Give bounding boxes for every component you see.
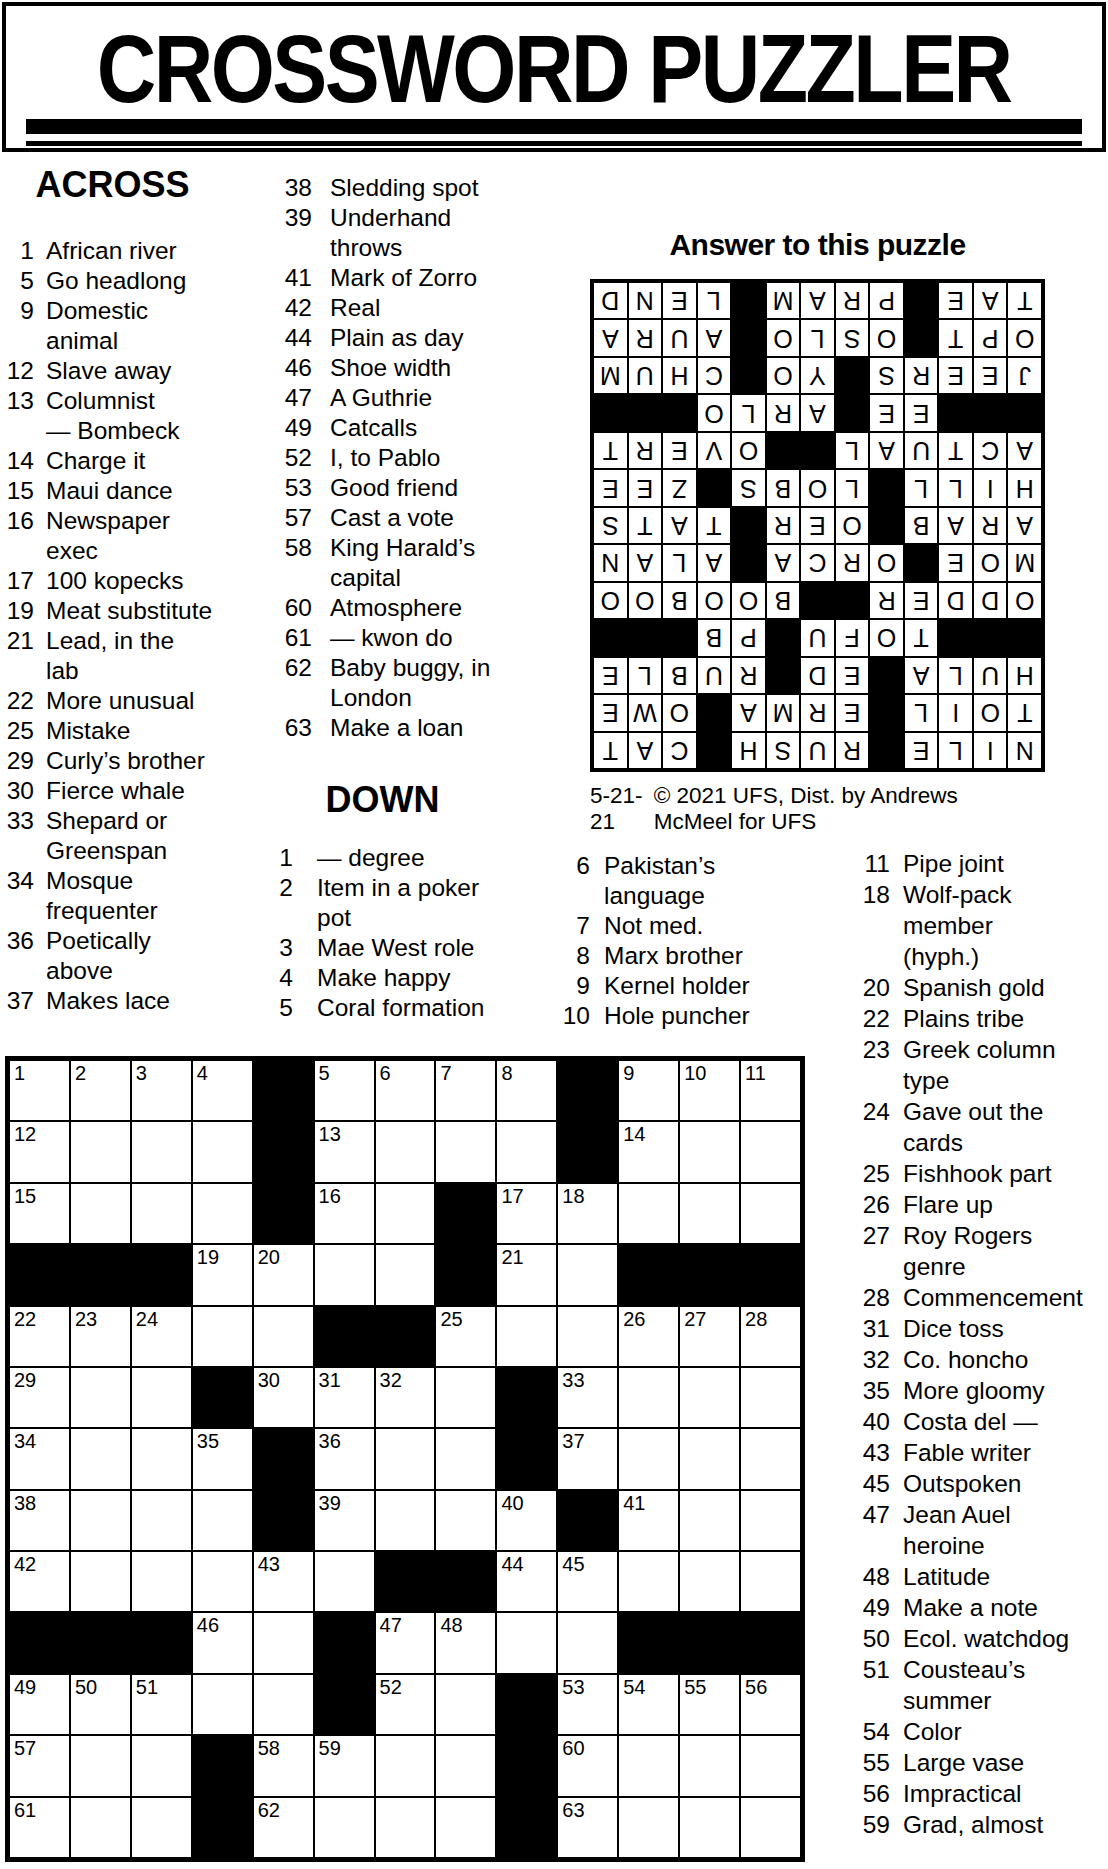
solution-letter: I [952, 700, 959, 725]
clue-number: 53 [270, 473, 312, 503]
solution-letter: N [601, 550, 619, 575]
solution-letter: U [912, 438, 930, 463]
cell-r12c11[interactable] [619, 1736, 678, 1795]
solution-letter: U [808, 625, 826, 650]
down-clues-col1: 1— degree2Item in a poker pot3Mae West r… [270, 843, 522, 1023]
cell-r5c2[interactable]: 23 [71, 1307, 130, 1366]
solution-letter: T [603, 738, 618, 763]
cell-r12c7[interactable] [376, 1736, 435, 1795]
clue-number: 25 [820, 1158, 890, 1189]
cell-r9c9[interactable]: 44 [497, 1552, 556, 1611]
cell-r7c2[interactable] [71, 1429, 130, 1488]
cell-r11c2[interactable]: 50 [71, 1675, 130, 1734]
cell-r2c13[interactable] [741, 1122, 800, 1181]
cell-r7c6: O [836, 508, 869, 543]
masthead: CROSSWORD PUZZLER [2, 2, 1106, 152]
cell-r4c4[interactable]: 19 [193, 1245, 252, 1304]
solution-letter: O [1015, 588, 1034, 613]
cell-r2c12[interactable] [680, 1122, 739, 1181]
clue-text: Pakistan’s language [604, 851, 715, 911]
clue-text: Coral formation [317, 993, 484, 1023]
cell-r8c8: B [767, 470, 800, 505]
cell-r1c3: L [939, 733, 972, 768]
cell-r5c8[interactable]: 25 [436, 1307, 495, 1366]
black-cell [193, 1798, 252, 1857]
cell-r11c3[interactable]: 51 [132, 1675, 191, 1734]
clue-number: 11 [820, 848, 890, 879]
cell-r11c1: J [1008, 358, 1041, 393]
cell-r6c2[interactable] [71, 1368, 130, 1427]
cell-r2c9[interactable] [497, 1122, 556, 1181]
clue-across-17: 17100 kopecks [0, 566, 270, 596]
solution-letter: L [914, 476, 928, 501]
cell-r9c11: E [663, 433, 696, 468]
cell-r10c9[interactable] [497, 1613, 556, 1672]
cell-r11c4[interactable] [193, 1675, 252, 1734]
cell-r2c2[interactable] [71, 1122, 130, 1181]
cell-r8c7[interactable] [376, 1491, 435, 1550]
cell-r13c2[interactable] [71, 1798, 130, 1857]
cell-r11c8[interactable] [436, 1675, 495, 1734]
cell-r13c12[interactable] [680, 1798, 739, 1857]
clue-number: 5 [270, 993, 293, 1023]
clue-text: Plains tribe [903, 1003, 1024, 1034]
cell-r3c9[interactable]: 17 [497, 1184, 556, 1243]
cell-number: 6 [380, 1062, 391, 1085]
cell-number: 60 [562, 1737, 584, 1760]
clue-text: More unusual [46, 686, 194, 716]
cell-r6c13[interactable] [741, 1368, 800, 1427]
page-title: CROSSWORD PUZZLER [97, 20, 1011, 117]
cell-r3c6[interactable]: 16 [315, 1184, 374, 1243]
black-cell [497, 1798, 556, 1857]
cell-r2c11[interactable]: 14 [619, 1122, 678, 1181]
cell-r10c7[interactable]: 47 [376, 1613, 435, 1672]
clue-text: Makes lace [46, 986, 170, 1016]
cell-r6c3[interactable] [132, 1368, 191, 1427]
cell-r1c12: A [629, 733, 662, 768]
cell-r4c6[interactable] [315, 1245, 374, 1304]
black-cell [767, 433, 800, 468]
clue-number: 12 [0, 356, 34, 386]
black-cell [558, 1491, 617, 1550]
solution-letter: P [982, 326, 999, 351]
cell-r6c7[interactable]: 32 [376, 1368, 435, 1427]
cell-r3c11: B [663, 658, 696, 693]
solution-letter: A [706, 326, 723, 351]
clue-across-47: 47A Guthrie [270, 383, 522, 413]
solution-letter: A [636, 738, 653, 763]
cell-r4c7[interactable] [376, 1245, 435, 1304]
solution-letter: O [1015, 326, 1034, 351]
cell-number: 28 [745, 1308, 767, 1331]
clue-number: 6 [520, 851, 590, 881]
cell-r1c4[interactable]: 4 [193, 1061, 252, 1120]
cell-r7c6[interactable]: 36 [315, 1429, 374, 1488]
cell-number: 4 [197, 1062, 208, 1085]
clue-across-39: 39Underhand throws [270, 203, 522, 263]
cell-r8c3[interactable] [132, 1491, 191, 1550]
cell-r7c1[interactable]: 34 [10, 1429, 69, 1488]
solution-letter: E [913, 401, 930, 426]
cell-r3c4[interactable] [193, 1184, 252, 1243]
cell-r13c12: N [629, 283, 662, 318]
cell-r13c11[interactable] [619, 1798, 678, 1857]
cell-r2c7[interactable] [376, 1122, 435, 1181]
cell-r12c13[interactable] [741, 1736, 800, 1795]
solution-letter: U [808, 738, 826, 763]
cell-r2c4[interactable] [193, 1122, 252, 1181]
cell-r7c8[interactable] [436, 1429, 495, 1488]
cell-r12c10[interactable]: 60 [558, 1736, 617, 1795]
clue-number: 9 [0, 296, 34, 326]
black-cell [132, 1245, 191, 1304]
cell-r6c10: A [698, 545, 731, 580]
cell-r7c10[interactable]: 37 [558, 1429, 617, 1488]
cell-r3c10[interactable]: 18 [558, 1184, 617, 1243]
cell-r5c3[interactable]: 24 [132, 1307, 191, 1366]
cell-r12c2[interactable] [71, 1736, 130, 1795]
cell-r10c5[interactable] [254, 1613, 313, 1672]
cell-r7c11[interactable] [619, 1429, 678, 1488]
clue-across-22: 22More unusual [0, 686, 270, 716]
cell-r1c2: I [974, 733, 1007, 768]
cell-r1c6: R [836, 733, 869, 768]
cell-r12c12[interactable] [680, 1736, 739, 1795]
cell-number: 59 [319, 1737, 341, 1760]
cell-r5c8: B [767, 583, 800, 618]
cell-r13c1[interactable]: 61 [10, 1798, 69, 1857]
clue-text: Charge it [46, 446, 145, 476]
cell-number: 21 [501, 1246, 523, 1269]
cell-r3c1: H [1008, 658, 1041, 693]
cell-number: 61 [14, 1799, 36, 1822]
cell-r12c3[interactable] [132, 1736, 191, 1795]
cell-r6c11[interactable] [619, 1368, 678, 1427]
clue-number: 54 [820, 1716, 890, 1747]
cell-r5c5[interactable] [254, 1307, 313, 1366]
cell-r9c5[interactable]: 43 [254, 1552, 313, 1611]
cell-r3c13: E [594, 658, 627, 693]
cell-r6c1[interactable]: 29 [10, 1368, 69, 1427]
cell-r4c4: T [905, 620, 938, 655]
cell-number: 25 [440, 1308, 462, 1331]
cell-r13c5[interactable]: 62 [254, 1798, 313, 1857]
cell-r12c2: P [974, 320, 1007, 355]
cell-r7c12[interactable] [680, 1429, 739, 1488]
cell-r11c1[interactable]: 49 [10, 1675, 69, 1734]
cell-r5c4[interactable] [193, 1307, 252, 1366]
clue-number: 8 [520, 941, 590, 971]
cell-r12c8: O [767, 320, 800, 355]
clue-number: 61 [270, 623, 312, 653]
cell-r9c2: C [974, 433, 1007, 468]
cell-r6c6[interactable]: 31 [315, 1368, 374, 1427]
cell-r2c3[interactable] [132, 1122, 191, 1181]
cell-r3c12[interactable] [680, 1184, 739, 1243]
cell-r8c6[interactable]: 39 [315, 1491, 374, 1550]
cell-r8c8[interactable] [436, 1491, 495, 1550]
cell-r1c12[interactable]: 10 [680, 1061, 739, 1120]
cell-r9c10[interactable]: 45 [558, 1552, 617, 1611]
cell-r9c11[interactable] [619, 1552, 678, 1611]
clue-number: 1 [0, 236, 34, 266]
black-cell [836, 583, 869, 618]
cell-r4c10[interactable] [558, 1245, 617, 1304]
cell-number: 18 [562, 1185, 584, 1208]
cell-number: 32 [380, 1369, 402, 1392]
cell-r6c8[interactable] [436, 1368, 495, 1427]
clue-number: 55 [820, 1747, 890, 1778]
cell-r8c4[interactable] [193, 1491, 252, 1550]
clue-down-1: 1— degree [270, 843, 522, 873]
clue-number: 21 [0, 626, 34, 656]
cell-r10c10[interactable] [558, 1613, 617, 1672]
clue-across-58: 58King Harald’s capital [270, 533, 522, 593]
cell-r13c13[interactable] [741, 1798, 800, 1857]
cell-number: 19 [197, 1246, 219, 1269]
cell-r4c5[interactable]: 20 [254, 1245, 313, 1304]
solution-letter: S [775, 738, 792, 763]
cell-r5c11: B [663, 583, 696, 618]
cell-r9c9: O [732, 433, 765, 468]
solution-letter: R [912, 363, 930, 388]
cell-r3c3: L [939, 658, 972, 693]
cell-r8c9[interactable]: 40 [497, 1491, 556, 1550]
black-cell [698, 695, 731, 730]
solution-letter: E [844, 700, 861, 725]
black-cell [497, 1736, 556, 1795]
cell-number: 35 [197, 1430, 219, 1453]
cell-r12c3: T [939, 320, 972, 355]
cell-number: 23 [75, 1308, 97, 1331]
cell-r13c10[interactable]: 63 [558, 1798, 617, 1857]
cell-r8c11[interactable]: 41 [619, 1491, 678, 1550]
solution-letter: L [638, 663, 652, 688]
solution-letter: E [947, 363, 964, 388]
cell-r11c11: H [663, 358, 696, 393]
solution-letter: O [704, 588, 723, 613]
cell-r5c13[interactable]: 28 [741, 1307, 800, 1366]
solution-letter: T [948, 438, 963, 463]
clue-number: 13 [0, 386, 34, 416]
cell-r7c10: T [698, 508, 731, 543]
cell-r9c12[interactable] [680, 1552, 739, 1611]
cell-r11c5[interactable] [254, 1675, 313, 1734]
cell-r3c1[interactable]: 15 [10, 1184, 69, 1243]
cell-r11c7[interactable]: 52 [376, 1675, 435, 1734]
cell-number: 38 [14, 1492, 36, 1515]
cell-r9c1[interactable]: 42 [10, 1552, 69, 1611]
clue-text: Jean Auel heroine [903, 1499, 1011, 1561]
cell-r8c6: L [836, 470, 869, 505]
solution-letter: S [844, 326, 861, 351]
solution-letter: L [845, 476, 859, 501]
cell-r7c13[interactable] [741, 1429, 800, 1488]
cell-r1c11[interactable]: 9 [619, 1061, 678, 1120]
cell-r1c1[interactable]: 1 [10, 1061, 69, 1120]
cell-r9c3[interactable] [132, 1552, 191, 1611]
cell-r11c11[interactable]: 54 [619, 1675, 678, 1734]
solution-letter: U [670, 326, 688, 351]
solution-letter: H [1016, 476, 1034, 501]
cell-r12c8[interactable] [436, 1736, 495, 1795]
cell-r3c10: U [698, 658, 731, 693]
cell-r6c12[interactable] [680, 1368, 739, 1427]
clue-number: 43 [820, 1437, 890, 1468]
cell-r12c5[interactable]: 58 [254, 1736, 313, 1795]
cell-r11c12[interactable]: 55 [680, 1675, 739, 1734]
cell-r3c3[interactable] [132, 1184, 191, 1243]
solution-letter: D [808, 663, 826, 688]
clue-number: 50 [820, 1623, 890, 1654]
cell-number: 22 [14, 1308, 36, 1331]
cell-r6c5[interactable]: 30 [254, 1368, 313, 1427]
cell-r11c4: R [905, 358, 938, 393]
cell-r11c10[interactable]: 53 [558, 1675, 617, 1734]
cell-r8c12[interactable] [680, 1491, 739, 1550]
solution-letter: T [1017, 288, 1032, 313]
black-cell [497, 1368, 556, 1427]
solution-letter: E [878, 401, 895, 426]
cell-r2c1[interactable]: 12 [10, 1122, 69, 1181]
cell-r7c7[interactable] [376, 1429, 435, 1488]
cell-r3c13[interactable] [741, 1184, 800, 1243]
solution-letter: A [740, 700, 757, 725]
clue-down-10: 10Hole puncher [520, 1001, 804, 1031]
solution-letter: B [913, 513, 930, 538]
cell-r5c11[interactable]: 26 [619, 1307, 678, 1366]
cell-r11c13[interactable]: 56 [741, 1675, 800, 1734]
cell-r10c4[interactable]: 46 [193, 1613, 252, 1672]
cell-number: 49 [14, 1676, 36, 1699]
cell-r3c11[interactable] [619, 1184, 678, 1243]
clue-text: Underhand throws [330, 203, 451, 263]
clue-text: Co. honcho [903, 1344, 1028, 1375]
cell-r1c3[interactable]: 3 [132, 1061, 191, 1120]
cell-r6c1: M [1008, 545, 1041, 580]
across-clues-col1: 1African river5Go headlong9Domestic anim… [0, 236, 270, 1016]
cell-r1c7[interactable]: 6 [376, 1061, 435, 1120]
cell-r11c3: E [939, 358, 972, 393]
cell-r13c3[interactable] [132, 1798, 191, 1857]
cell-r13c8[interactable] [436, 1798, 495, 1857]
cell-r3c7[interactable] [376, 1184, 435, 1243]
clue-number: 26 [820, 1189, 890, 1220]
cell-r13c7[interactable] [376, 1798, 435, 1857]
cell-r13c6[interactable] [315, 1798, 374, 1857]
solution-letter: E [913, 588, 930, 613]
cell-r8c13[interactable] [741, 1491, 800, 1550]
solution-letter: C [670, 738, 688, 763]
cell-r4c9[interactable]: 21 [497, 1245, 556, 1304]
black-cell [10, 1613, 69, 1672]
clue-number: 60 [270, 593, 312, 623]
cell-r5c10[interactable] [558, 1307, 617, 1366]
cell-r9c12: R [629, 433, 662, 468]
cell-r10c8[interactable]: 48 [436, 1613, 495, 1672]
cell-r5c12[interactable]: 27 [680, 1307, 739, 1366]
cell-r13c7: A [801, 283, 834, 318]
cell-r5c1[interactable]: 22 [10, 1307, 69, 1366]
cell-r3c2[interactable] [71, 1184, 130, 1243]
cell-r12c6[interactable]: 59 [315, 1736, 374, 1795]
cell-number: 46 [197, 1614, 219, 1637]
cell-r1c13[interactable]: 11 [741, 1061, 800, 1120]
cell-r9c4: U [905, 433, 938, 468]
black-cell [132, 1613, 191, 1672]
clue-number: 30 [0, 776, 34, 806]
cell-r7c3[interactable] [132, 1429, 191, 1488]
cell-r8c1[interactable]: 38 [10, 1491, 69, 1550]
solution-letter: O [739, 588, 758, 613]
clue-number: 20 [820, 972, 890, 1003]
cell-r6c10[interactable]: 33 [558, 1368, 617, 1427]
cell-r1c8[interactable]: 7 [436, 1061, 495, 1120]
cell-r7c4[interactable]: 35 [193, 1429, 252, 1488]
solution-letter: V [706, 438, 723, 463]
clue-text: Wolf-pack member (hyph.) [903, 879, 1011, 972]
clue-down-59: 59Grad, almost [820, 1809, 1108, 1840]
cell-r13c5: P [870, 283, 903, 318]
clue-down-47: 47Jean Auel heroine [820, 1499, 1108, 1561]
clue-across-29: 29Curly’s brother [0, 746, 270, 776]
solution-letter: T [948, 326, 963, 351]
black-cell [836, 358, 869, 393]
cell-r8c2[interactable] [71, 1491, 130, 1550]
cell-r6c6: R [836, 545, 869, 580]
cell-r1c2[interactable]: 2 [71, 1061, 130, 1120]
cell-r9c6[interactable] [315, 1552, 374, 1611]
cell-r9c4[interactable] [193, 1552, 252, 1611]
black-cell [732, 320, 765, 355]
clue-text: Pipe joint [903, 848, 1004, 879]
cell-r2c6[interactable]: 13 [315, 1122, 374, 1181]
solution-letter: A [982, 288, 999, 313]
cell-r9c13[interactable] [741, 1552, 800, 1611]
clue-across-52: 52I, to Pablo [270, 443, 522, 473]
black-cell [663, 395, 696, 430]
solution-letter: O [773, 363, 792, 388]
clue-text: Sledding spot [330, 173, 478, 203]
cell-r12c1[interactable]: 57 [10, 1736, 69, 1795]
black-cell [974, 395, 1007, 430]
clue-number: 58 [270, 533, 312, 563]
cell-r11c7: Y [801, 358, 834, 393]
clue-down-26: 26Flare up [820, 1189, 1108, 1220]
cell-r5c9: O [732, 583, 765, 618]
cell-r6c7: C [801, 545, 834, 580]
cell-r2c8[interactable] [436, 1122, 495, 1181]
cell-r1c9[interactable]: 8 [497, 1061, 556, 1120]
cell-r7c12: T [629, 508, 662, 543]
clue-text: Go headlong [46, 266, 186, 296]
masthead-rule-thin [26, 141, 1082, 146]
clue-number: 24 [820, 1096, 890, 1127]
solution-letter: A [775, 550, 792, 575]
cell-number: 44 [501, 1553, 523, 1576]
cell-r5c9[interactable] [497, 1307, 556, 1366]
clue-down-5: 5Coral formation [270, 993, 522, 1023]
cell-number: 24 [136, 1308, 158, 1331]
black-cell [767, 620, 800, 655]
cell-r1c6[interactable]: 5 [315, 1061, 374, 1120]
cell-number: 11 [745, 1062, 766, 1085]
cell-r13c11: E [663, 283, 696, 318]
cell-r6c5: O [870, 545, 903, 580]
cell-r9c2[interactable] [71, 1552, 130, 1611]
solution-letter: L [949, 738, 963, 763]
